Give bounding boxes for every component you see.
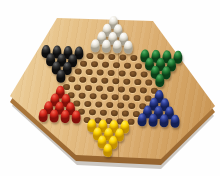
- board-hole[interactable]: [133, 95, 140, 101]
- board-hole[interactable]: [68, 76, 75, 82]
- board-hole[interactable]: [128, 87, 135, 93]
- board-hole[interactable]: [135, 63, 142, 69]
- green-peg[interactable]: [155, 74, 165, 87]
- white-peg[interactable]: [113, 40, 123, 53]
- board-hole[interactable]: [130, 55, 137, 61]
- board-hole[interactable]: [89, 93, 96, 99]
- board-hole[interactable]: [84, 85, 91, 91]
- board-hole[interactable]: [139, 87, 146, 93]
- board-hole[interactable]: [80, 61, 87, 67]
- board-hole[interactable]: [85, 69, 92, 75]
- board-hole[interactable]: [100, 94, 107, 100]
- black-peg[interactable]: [56, 70, 66, 83]
- board-hole[interactable]: [108, 54, 115, 60]
- board-hole[interactable]: [140, 71, 147, 77]
- board-hole[interactable]: [122, 94, 129, 100]
- board-hole[interactable]: [129, 71, 136, 77]
- board-hole[interactable]: [91, 61, 98, 67]
- board-hole[interactable]: [111, 94, 118, 100]
- white-peg[interactable]: [124, 40, 134, 53]
- board-hole[interactable]: [118, 70, 125, 76]
- board-hole[interactable]: [90, 77, 97, 83]
- board-hole[interactable]: [107, 70, 114, 76]
- white-peg[interactable]: [102, 40, 112, 53]
- board-hole[interactable]: [95, 101, 102, 107]
- photo-scene: [0, 0, 220, 176]
- board-hole[interactable]: [113, 62, 120, 68]
- board-hole[interactable]: [97, 53, 104, 59]
- board-hole[interactable]: [95, 85, 102, 91]
- board-hole[interactable]: [89, 109, 96, 115]
- board-hole[interactable]: [124, 63, 131, 69]
- red-peg[interactable]: [60, 110, 70, 123]
- board-hole[interactable]: [128, 103, 135, 109]
- red-peg[interactable]: [71, 110, 81, 123]
- peg-holes-layer: [0, 0, 220, 176]
- board-hole[interactable]: [96, 69, 103, 75]
- red-peg[interactable]: [49, 109, 59, 122]
- board-hole[interactable]: [106, 102, 113, 108]
- white-peg[interactable]: [91, 39, 101, 52]
- board-hole[interactable]: [102, 62, 109, 68]
- blue-peg[interactable]: [148, 114, 158, 127]
- board-hole[interactable]: [79, 77, 86, 83]
- board-hole[interactable]: [145, 79, 152, 85]
- board-hole[interactable]: [79, 93, 86, 99]
- board-hole[interactable]: [73, 84, 80, 90]
- board-hole[interactable]: [117, 86, 124, 92]
- board-hole[interactable]: [84, 101, 91, 107]
- board-hole[interactable]: [74, 68, 81, 74]
- board-hole[interactable]: [119, 54, 126, 60]
- yellow-peg[interactable]: [102, 144, 112, 157]
- board-hole[interactable]: [122, 110, 129, 116]
- board-hole[interactable]: [101, 78, 108, 84]
- blue-peg[interactable]: [137, 113, 147, 126]
- board-hole[interactable]: [134, 79, 141, 85]
- red-peg[interactable]: [38, 109, 48, 122]
- board-hole[interactable]: [100, 109, 107, 115]
- board-hole[interactable]: [111, 110, 118, 116]
- board-hole[interactable]: [123, 78, 130, 84]
- board-hole[interactable]: [112, 78, 119, 84]
- blue-peg[interactable]: [159, 114, 169, 127]
- board-hole[interactable]: [117, 102, 124, 108]
- blue-peg[interactable]: [170, 115, 180, 128]
- board-hole[interactable]: [106, 86, 113, 92]
- board-hole[interactable]: [86, 53, 93, 59]
